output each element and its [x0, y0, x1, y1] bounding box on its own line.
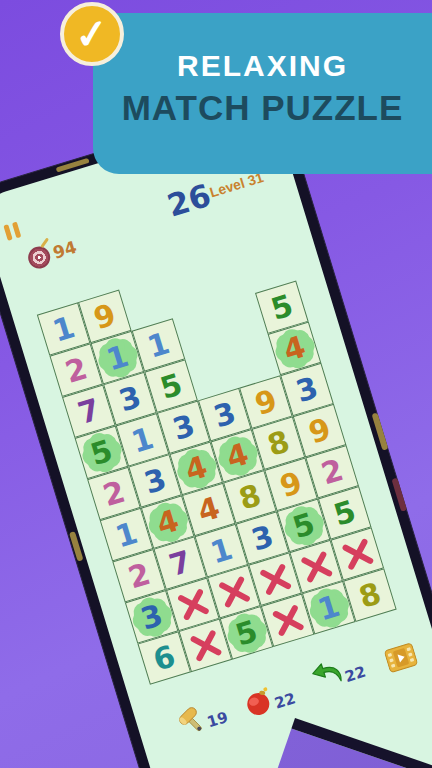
x-mark-icon — [172, 583, 214, 625]
pause-button[interactable] — [3, 222, 21, 241]
hammer-count: 19 — [205, 708, 230, 731]
cell-number: 2 — [100, 476, 129, 511]
x-mark-icon — [184, 624, 226, 666]
check-badge: ✓ — [60, 2, 124, 66]
cell-number: 7 — [166, 546, 195, 581]
undo-button[interactable] — [310, 657, 348, 692]
cell-number: 8 — [236, 480, 265, 515]
cell-number: 3 — [137, 599, 166, 634]
x-mark-icon — [295, 545, 337, 587]
cell-number: 9 — [251, 385, 280, 420]
cell-number: 5 — [87, 435, 116, 470]
bomb-booster-button[interactable] — [241, 684, 276, 719]
cell-number: 2 — [318, 454, 347, 489]
cell-number: 1 — [207, 533, 236, 568]
cell-number: 4 — [153, 505, 182, 540]
cell-number: 3 — [293, 372, 322, 407]
cell-number: 9 — [277, 467, 306, 502]
cell-number: 3 — [248, 521, 277, 556]
pause-icon — [3, 224, 12, 241]
advert-screenshot: { "game": "number-match-puzzle", "banner… — [0, 0, 432, 768]
check-icon: ✓ — [73, 12, 111, 55]
cell-number: 9 — [305, 413, 334, 448]
board: 192115735451339323448914489227135536518 — [37, 239, 397, 685]
cell-number: 1 — [144, 328, 173, 363]
watch-ad-video-button[interactable] — [383, 641, 419, 674]
pause-icon — [12, 222, 21, 239]
dart-target-icon — [25, 244, 52, 271]
cell-number: 1 — [49, 312, 78, 347]
target-remaining-count: 94 — [51, 237, 79, 263]
cell-number: 1 — [103, 340, 132, 375]
phone-mockup: 26 Level 31 94 1921157354513393234489144… — [0, 96, 432, 768]
banner-title-line1: RELAXING — [93, 50, 432, 82]
cell-number: 4 — [194, 492, 223, 527]
cell-number: 3 — [169, 410, 198, 445]
cell-number: 3 — [116, 381, 145, 416]
cell-number: 3 — [141, 464, 170, 499]
x-mark-icon — [254, 558, 296, 600]
cell-number: 6 — [150, 641, 179, 676]
x-mark-icon — [336, 533, 378, 575]
cell-number: 4 — [182, 451, 211, 486]
cell-number: 9 — [90, 299, 119, 334]
cell-number: 5 — [267, 290, 296, 325]
score-value: 26 — [163, 177, 215, 224]
cell-number: 4 — [223, 438, 252, 473]
cell-number: 8 — [264, 426, 293, 461]
cell-number: 8 — [355, 578, 384, 613]
ad-banner: RELAXING MATCH PUZZLE — [93, 13, 432, 174]
cell-number: 7 — [74, 394, 103, 429]
banner-title-line2: MATCH PUZZLE — [93, 90, 432, 126]
cell-number: 2 — [62, 353, 91, 388]
cell-number: 3 — [210, 397, 239, 432]
undo-count: 22 — [343, 663, 368, 686]
hammer-booster-button[interactable] — [172, 702, 209, 739]
cell-number: 5 — [289, 508, 318, 543]
cell-number: 5 — [330, 495, 359, 530]
cell-number: 5 — [232, 615, 261, 650]
x-mark-icon — [266, 599, 308, 641]
bomb-count: 22 — [272, 689, 297, 712]
cell-number: 4 — [280, 331, 309, 366]
cell-number: 2 — [125, 558, 154, 593]
cell-number: 1 — [314, 590, 343, 625]
game-screen: 26 Level 31 94 1921157354513393234489144… — [0, 110, 432, 768]
cell-number: 1 — [112, 517, 141, 552]
cell-number: 1 — [128, 422, 157, 457]
cell-number: 5 — [157, 369, 186, 404]
x-mark-icon — [213, 570, 255, 612]
